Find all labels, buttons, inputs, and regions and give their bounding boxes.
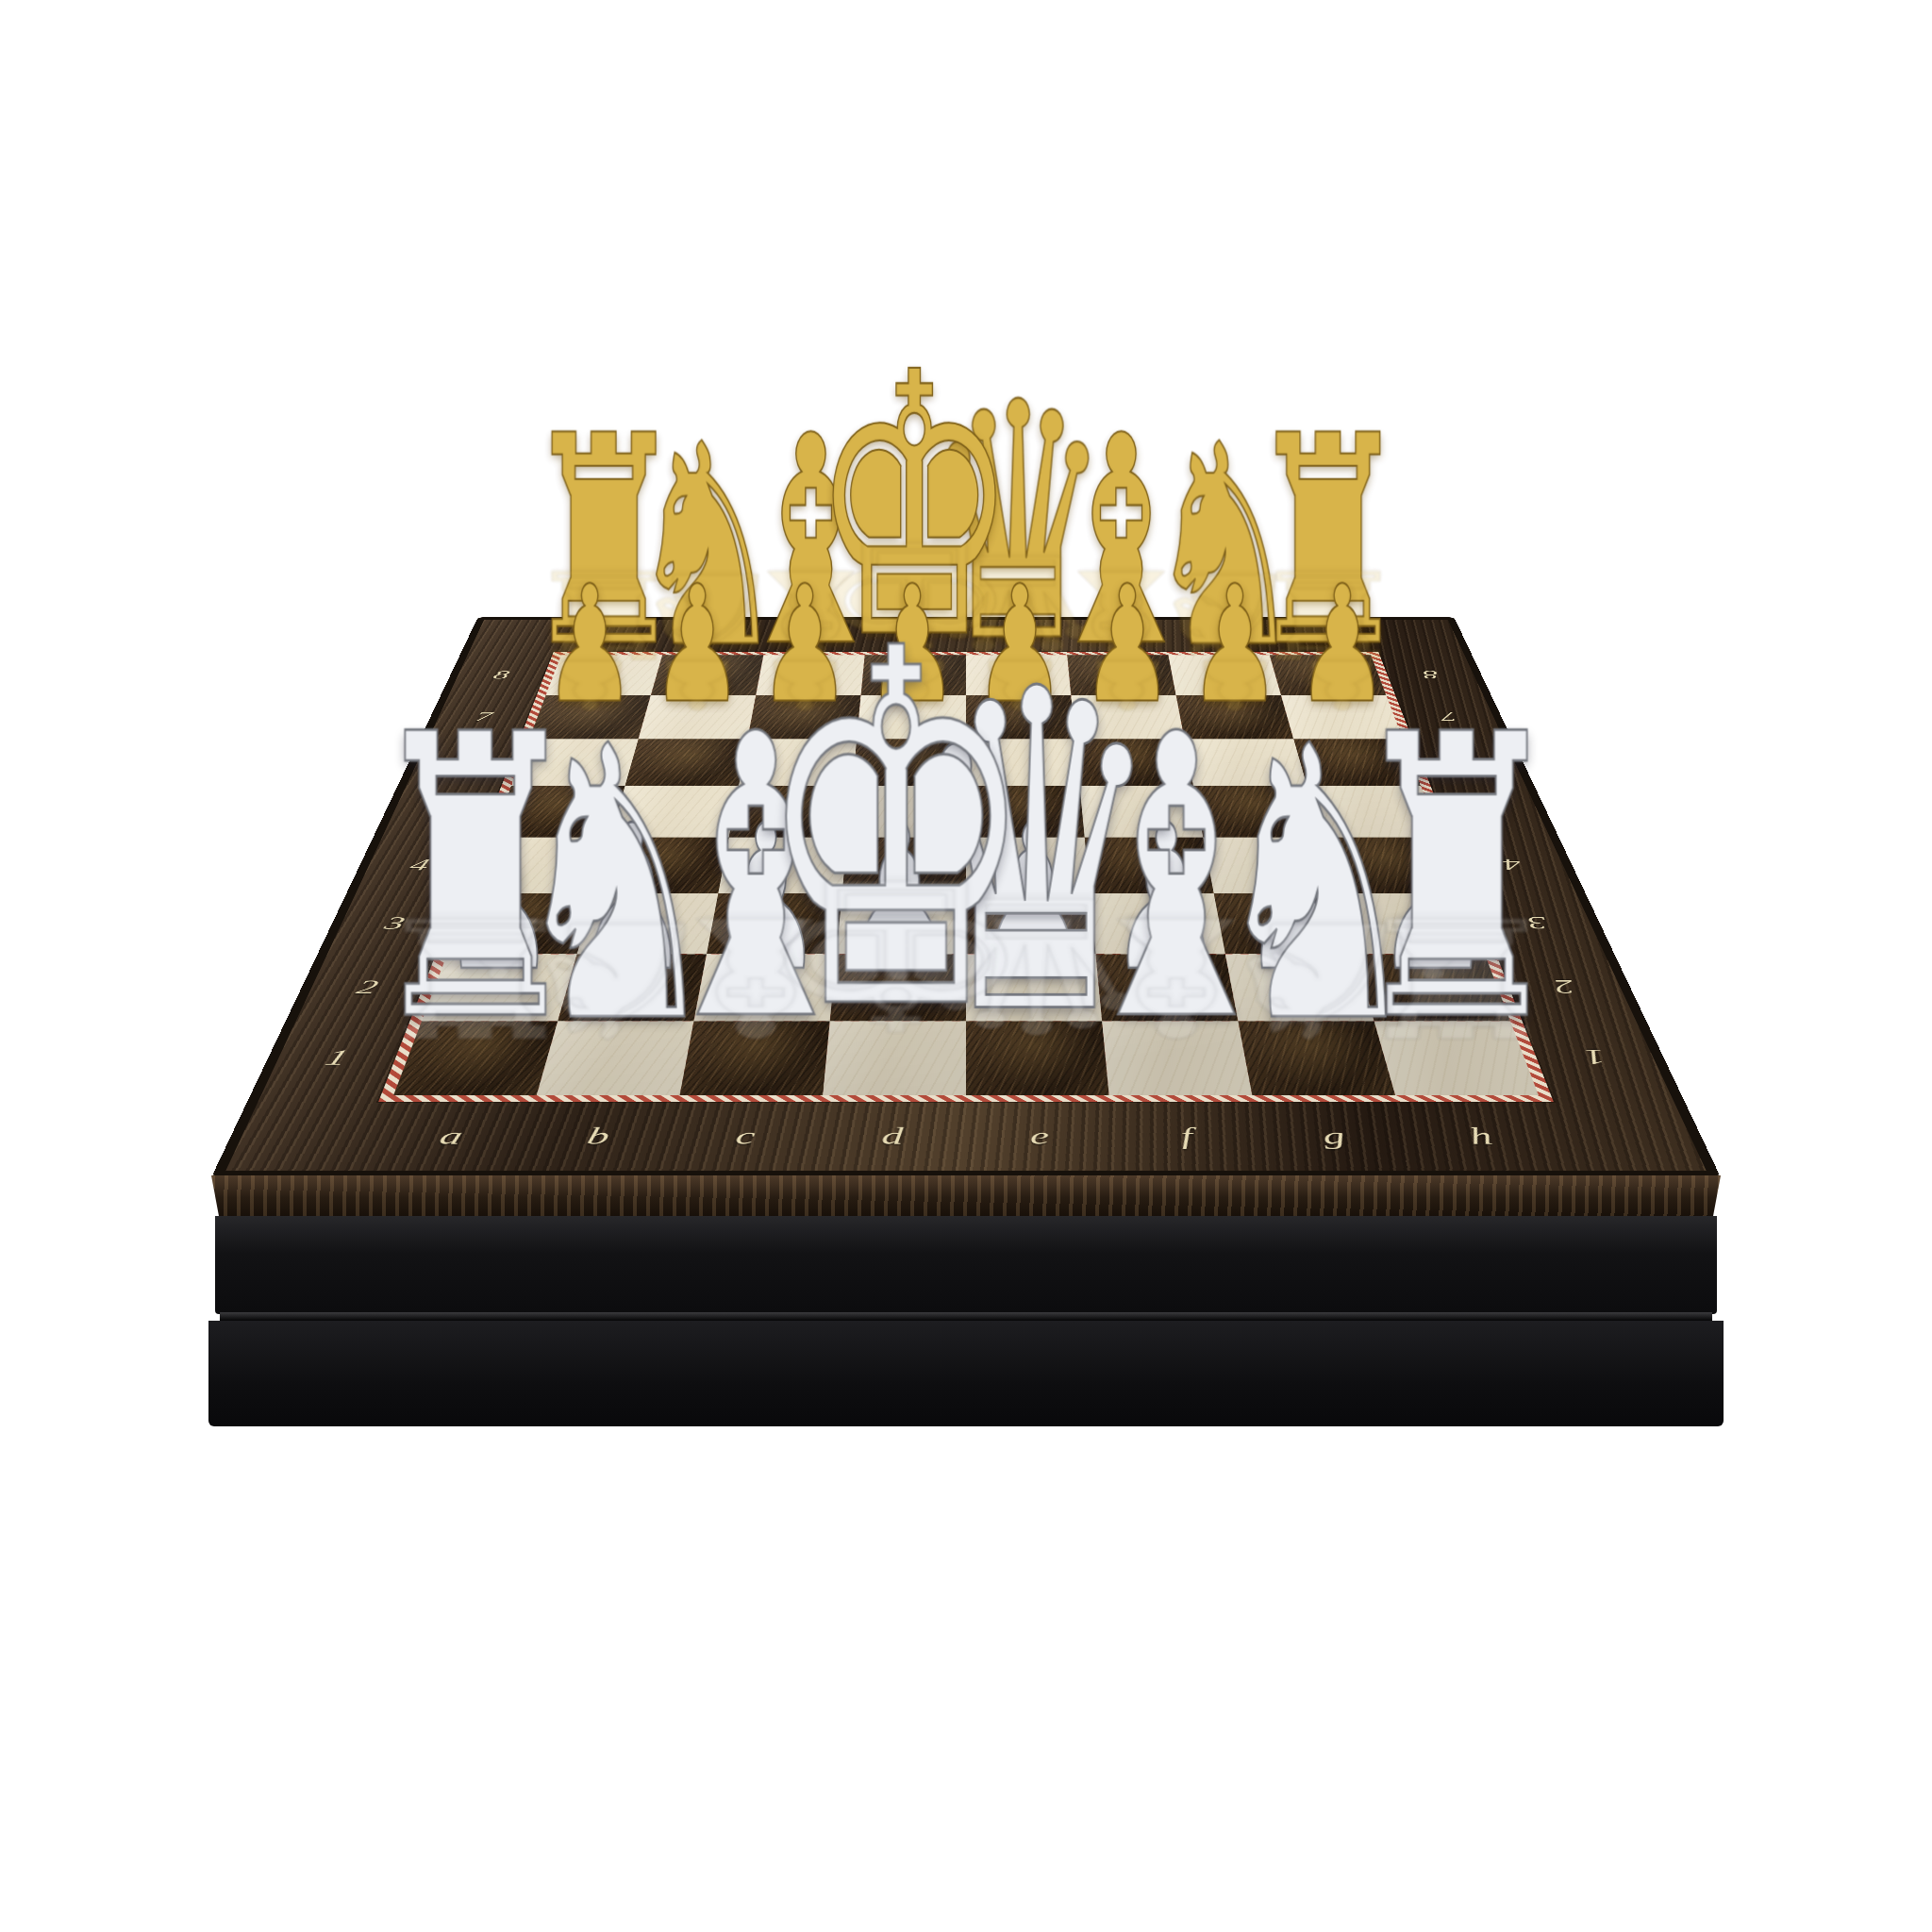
trim-band: ♜♞♝♚♛♝♞♜♟♟♟♟♟♟♟♟♟♟♟♟♟♟♟♟♜♞♝♚♛♝♞♜ <box>378 652 1554 1103</box>
square-b1[interactable]: ♞ <box>537 1022 694 1095</box>
scene: ♜♞♝♚♛♝♞♜♟♟♟♟♟♟♟♟♟♟♟♟♟♟♟♟♜♞♝♚♛♝♞♜ abcdefg… <box>0 0 1932 1932</box>
case-seam <box>220 1312 1712 1321</box>
board-front-rim <box>211 1175 1721 1216</box>
case-base-front <box>208 1321 1724 1426</box>
board-grid: ♜♞♝♚♛♝♞♜♟♟♟♟♟♟♟♟♟♟♟♟♟♟♟♟♜♞♝♚♛♝♞♜ <box>393 655 1539 1095</box>
piece-white-n-g1[interactable]: ♞ <box>1208 707 1424 1064</box>
square-d1[interactable]: ♚ <box>823 1022 966 1095</box>
piece-white-k-d1[interactable]: ♚ <box>755 598 1036 1064</box>
board-tilt: ♜♞♝♚♛♝♞♜♟♟♟♟♟♟♟♟♟♟♟♟♟♟♟♟♜♞♝♚♛♝♞♜ abcdefg… <box>211 617 1721 1177</box>
square-g1[interactable]: ♞ <box>1238 1022 1395 1095</box>
case-lid-front <box>215 1216 1717 1314</box>
board-frame: ♜♞♝♚♛♝♞♜♟♟♟♟♟♟♟♟♟♟♟♟♟♟♟♟♜♞♝♚♛♝♞♜ <box>211 617 1721 1177</box>
piece-white-n-b1[interactable]: ♞ <box>508 707 724 1064</box>
